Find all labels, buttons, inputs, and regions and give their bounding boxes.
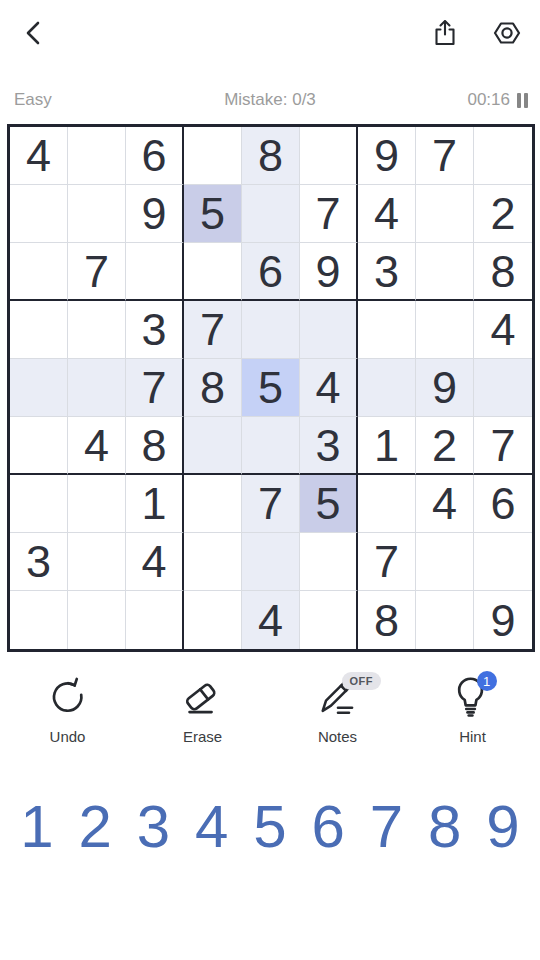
cell-r3c4[interactable] [184,243,242,301]
cell-r1c5[interactable]: 8 [242,127,300,185]
numpad-key-6[interactable]: 6 [301,788,355,866]
undo-button[interactable]: Undo [0,676,135,760]
settings-gear-icon [491,17,523,49]
cell-r9c6[interactable] [300,591,358,649]
numpad-key-5[interactable]: 5 [243,788,297,866]
cell-r6c7[interactable]: 1 [358,417,416,475]
sudoku-grid: 4689795742769383747854948312717546347489 [7,124,535,652]
hint-label: Hint [405,728,540,745]
hint-button[interactable]: 1 Hint [405,676,540,760]
cell-r8c4[interactable] [184,533,242,591]
cell-r6c1[interactable] [10,417,68,475]
cell-r6c2[interactable]: 4 [68,417,126,475]
cell-r4c3[interactable]: 3 [126,301,184,359]
cell-r1c4[interactable] [184,127,242,185]
undo-icon [46,676,90,724]
cell-r9c4[interactable] [184,591,242,649]
hint-count-badge: 1 [477,671,497,691]
cell-r3c5[interactable]: 6 [242,243,300,301]
numpad: 123456789 [0,788,540,866]
cell-r4c7[interactable] [358,301,416,359]
cell-r7c5[interactable]: 7 [242,475,300,533]
numpad-key-7[interactable]: 7 [360,788,414,866]
back-button[interactable] [18,16,52,50]
cell-r9c2[interactable] [68,591,126,649]
cell-r8c7[interactable]: 7 [358,533,416,591]
cell-r5c9[interactable] [474,359,532,417]
numpad-key-4[interactable]: 4 [185,788,239,866]
cell-r8c2[interactable] [68,533,126,591]
cell-r3c2[interactable]: 7 [68,243,126,301]
cell-r3c3[interactable] [126,243,184,301]
eraser-icon [181,676,225,724]
cell-r5c1[interactable] [10,359,68,417]
cell-r6c6[interactable]: 3 [300,417,358,475]
cell-r8c5[interactable] [242,533,300,591]
timer-value: 00:16 [467,90,510,110]
cell-r6c9[interactable]: 7 [474,417,532,475]
cell-r7c9[interactable]: 6 [474,475,532,533]
cell-r1c9[interactable] [474,127,532,185]
cell-r9c3[interactable] [126,591,184,649]
cell-r9c8[interactable] [416,591,474,649]
cell-r3c7[interactable]: 3 [358,243,416,301]
cell-r5c7[interactable] [358,359,416,417]
cell-r2c7[interactable]: 4 [358,185,416,243]
cell-r7c2[interactable] [68,475,126,533]
pause-button[interactable] [517,93,528,108]
notes-off-toggle[interactable]: OFF [342,672,382,690]
cell-r5c8[interactable]: 9 [416,359,474,417]
cell-r1c8[interactable]: 7 [416,127,474,185]
cell-r6c8[interactable]: 2 [416,417,474,475]
cell-r2c2[interactable] [68,185,126,243]
lightbulb-icon: 1 [451,676,495,724]
cell-r2c9[interactable]: 2 [474,185,532,243]
cell-r7c6[interactable]: 5 [300,475,358,533]
cell-r2c4[interactable]: 5 [184,185,242,243]
cell-r1c2[interactable] [68,127,126,185]
cell-r4c1[interactable] [10,301,68,359]
settings-button[interactable] [490,16,524,50]
cell-r8c8[interactable] [416,533,474,591]
cell-r4c5[interactable] [242,301,300,359]
cell-r3c9[interactable]: 8 [474,243,532,301]
share-icon [430,18,460,48]
cell-r4c9[interactable]: 4 [474,301,532,359]
cell-r1c7[interactable]: 9 [358,127,416,185]
erase-label: Erase [135,728,270,745]
share-button[interactable] [428,16,462,50]
cell-r3c6[interactable]: 9 [300,243,358,301]
cell-r7c3[interactable]: 1 [126,475,184,533]
cell-r3c1[interactable] [10,243,68,301]
cell-r6c3[interactable]: 8 [126,417,184,475]
cell-r4c8[interactable] [416,301,474,359]
cell-r7c4[interactable] [184,475,242,533]
numpad-key-9[interactable]: 9 [476,788,530,866]
cell-r5c3[interactable]: 7 [126,359,184,417]
cell-r7c1[interactable] [10,475,68,533]
cell-r2c3[interactable]: 9 [126,185,184,243]
cell-r8c9[interactable] [474,533,532,591]
cell-r2c8[interactable] [416,185,474,243]
cell-r9c5[interactable]: 4 [242,591,300,649]
pencil-icon: OFF [316,676,360,724]
cell-r6c5[interactable] [242,417,300,475]
numpad-key-3[interactable]: 3 [127,788,181,866]
mistakes-counter: Mistake: 0/3 [0,90,540,110]
cell-r1c3[interactable]: 6 [126,127,184,185]
cell-r4c6[interactable] [300,301,358,359]
cell-r1c6[interactable] [300,127,358,185]
numpad-key-1[interactable]: 1 [10,788,64,866]
cell-r2c1[interactable] [10,185,68,243]
cell-r9c1[interactable] [10,591,68,649]
cell-r4c2[interactable] [68,301,126,359]
back-chevron-icon [20,18,50,48]
undo-label: Undo [0,728,135,745]
cell-r5c2[interactable] [68,359,126,417]
cell-r9c7[interactable]: 8 [358,591,416,649]
numpad-key-2[interactable]: 2 [68,788,122,866]
cell-r8c1[interactable]: 3 [10,533,68,591]
cell-r8c6[interactable] [300,533,358,591]
cell-r9c9[interactable]: 9 [474,591,532,649]
cell-r7c7[interactable] [358,475,416,533]
cell-r1c1[interactable]: 4 [10,127,68,185]
cell-r6c4[interactable] [184,417,242,475]
cell-r2c5[interactable] [242,185,300,243]
cell-r5c4[interactable]: 8 [184,359,242,417]
notes-label: Notes [270,728,405,745]
top-bar [0,0,540,66]
cell-r4c4[interactable]: 7 [184,301,242,359]
numpad-key-8[interactable]: 8 [418,788,472,866]
status-bar: Easy Mistake: 0/3 00:16 [0,88,540,112]
cell-r3c8[interactable] [416,243,474,301]
cell-r5c6[interactable]: 4 [300,359,358,417]
erase-button[interactable]: Erase [135,676,270,760]
toolbar: Undo Erase [0,676,540,760]
cell-r2c6[interactable]: 7 [300,185,358,243]
notes-button[interactable]: OFF Notes [270,676,405,760]
sudoku-app-screen: Easy Mistake: 0/3 00:16 4689795742769383… [0,0,540,960]
cell-r5c5[interactable]: 5 [242,359,300,417]
cell-r7c8[interactable]: 4 [416,475,474,533]
cell-r8c3[interactable]: 4 [126,533,184,591]
